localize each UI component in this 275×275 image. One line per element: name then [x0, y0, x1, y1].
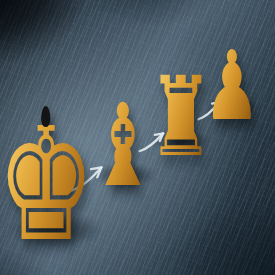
chess-piece-king: ♚ [0, 99, 95, 265]
king-black-finial [41, 106, 50, 127]
chess-piece-pawn: ♟ [204, 38, 261, 134]
chess-piece-bishop: ♝ [89, 89, 156, 203]
chessboard-concept-photo: ♚♝♜♟ [0, 0, 275, 275]
